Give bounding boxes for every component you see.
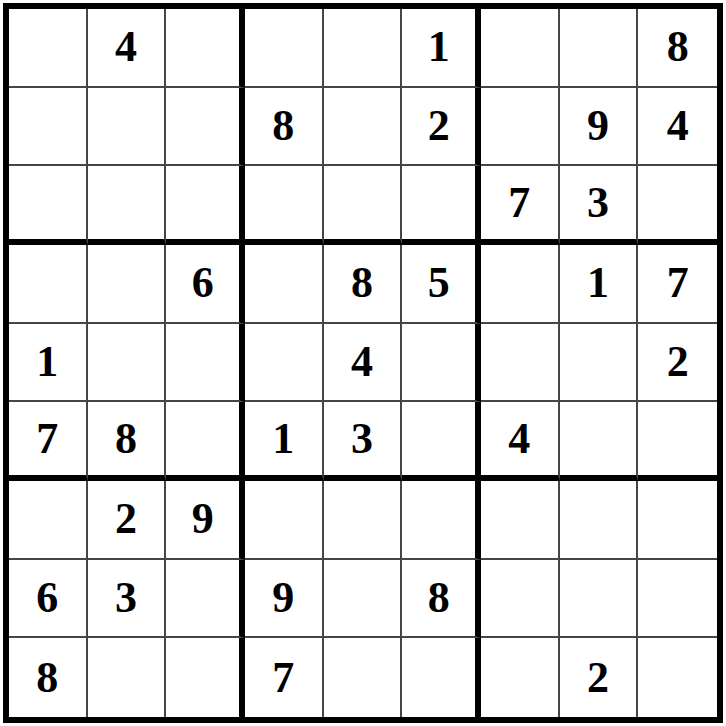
cell-r9c8[interactable]: 2 xyxy=(560,638,639,717)
cell-r2c7[interactable] xyxy=(481,88,560,167)
cell-r6c7[interactable]: 4 xyxy=(481,402,560,481)
cell-r2c9[interactable]: 4 xyxy=(638,88,717,167)
cell-r9c9[interactable] xyxy=(638,638,717,717)
cell-r3c2[interactable] xyxy=(88,166,167,245)
cell-r3c1[interactable] xyxy=(9,166,88,245)
cell-r1c2[interactable]: 4 xyxy=(88,9,167,88)
cell-r1c9[interactable]: 8 xyxy=(638,9,717,88)
cell-r3c4[interactable] xyxy=(245,166,324,245)
cell-r6c9[interactable] xyxy=(638,402,717,481)
cell-r7c3[interactable]: 9 xyxy=(166,481,245,560)
cell-r8c3[interactable] xyxy=(166,560,245,639)
cell-r1c1[interactable] xyxy=(9,9,88,88)
cell-r8c6[interactable]: 8 xyxy=(402,560,481,639)
cell-r6c2[interactable]: 8 xyxy=(88,402,167,481)
cell-r1c5[interactable] xyxy=(324,9,403,88)
cell-r8c9[interactable] xyxy=(638,560,717,639)
cell-r5c3[interactable] xyxy=(166,324,245,403)
cell-r5c9[interactable]: 2 xyxy=(638,324,717,403)
cell-r8c7[interactable] xyxy=(481,560,560,639)
cell-r3c9[interactable] xyxy=(638,166,717,245)
cell-r4c6[interactable]: 5 xyxy=(402,245,481,324)
cell-r6c4[interactable]: 1 xyxy=(245,402,324,481)
cell-r9c2[interactable] xyxy=(88,638,167,717)
cell-r4c5[interactable]: 8 xyxy=(324,245,403,324)
cell-r7c6[interactable] xyxy=(402,481,481,560)
cell-r9c1[interactable]: 8 xyxy=(9,638,88,717)
cell-r8c2[interactable]: 3 xyxy=(88,560,167,639)
cell-r5c7[interactable] xyxy=(481,324,560,403)
cell-r5c8[interactable] xyxy=(560,324,639,403)
cell-r6c1[interactable]: 7 xyxy=(9,402,88,481)
cell-r7c4[interactable] xyxy=(245,481,324,560)
cell-r9c4[interactable]: 7 xyxy=(245,638,324,717)
cell-r9c3[interactable] xyxy=(166,638,245,717)
cell-r2c5[interactable] xyxy=(324,88,403,167)
cell-r3c5[interactable] xyxy=(324,166,403,245)
cell-r2c4[interactable]: 8 xyxy=(245,88,324,167)
sudoku-board: 4188294736851714278134296398872 xyxy=(3,3,723,723)
cell-r9c5[interactable] xyxy=(324,638,403,717)
cell-r7c2[interactable]: 2 xyxy=(88,481,167,560)
cell-r5c2[interactable] xyxy=(88,324,167,403)
cell-r9c7[interactable] xyxy=(481,638,560,717)
cell-r1c4[interactable] xyxy=(245,9,324,88)
cell-r3c6[interactable] xyxy=(402,166,481,245)
cell-r1c6[interactable]: 1 xyxy=(402,9,481,88)
cell-r4c4[interactable] xyxy=(245,245,324,324)
cell-r6c5[interactable]: 3 xyxy=(324,402,403,481)
cell-r7c9[interactable] xyxy=(638,481,717,560)
cell-r7c8[interactable] xyxy=(560,481,639,560)
cell-r3c7[interactable]: 7 xyxy=(481,166,560,245)
cell-r7c5[interactable] xyxy=(324,481,403,560)
cell-r6c8[interactable] xyxy=(560,402,639,481)
cell-r7c7[interactable] xyxy=(481,481,560,560)
cell-r8c5[interactable] xyxy=(324,560,403,639)
cell-r1c3[interactable] xyxy=(166,9,245,88)
cell-r4c3[interactable]: 6 xyxy=(166,245,245,324)
cell-r5c4[interactable] xyxy=(245,324,324,403)
cell-r6c6[interactable] xyxy=(402,402,481,481)
cell-r8c1[interactable]: 6 xyxy=(9,560,88,639)
cell-r5c6[interactable] xyxy=(402,324,481,403)
cell-r4c2[interactable] xyxy=(88,245,167,324)
cell-r4c8[interactable]: 1 xyxy=(560,245,639,324)
cell-r2c8[interactable]: 9 xyxy=(560,88,639,167)
cell-r5c1[interactable]: 1 xyxy=(9,324,88,403)
cell-r5c5[interactable]: 4 xyxy=(324,324,403,403)
cell-r3c8[interactable]: 3 xyxy=(560,166,639,245)
cell-r1c7[interactable] xyxy=(481,9,560,88)
cell-r7c1[interactable] xyxy=(9,481,88,560)
cell-r6c3[interactable] xyxy=(166,402,245,481)
cell-r4c9[interactable]: 7 xyxy=(638,245,717,324)
cell-r2c1[interactable] xyxy=(9,88,88,167)
cell-r2c3[interactable] xyxy=(166,88,245,167)
cell-r8c4[interactable]: 9 xyxy=(245,560,324,639)
sudoku-board-frame: 4188294736851714278134296398872 xyxy=(0,0,726,726)
cell-r2c6[interactable]: 2 xyxy=(402,88,481,167)
cell-r4c7[interactable] xyxy=(481,245,560,324)
cell-r9c6[interactable] xyxy=(402,638,481,717)
cell-r2c2[interactable] xyxy=(88,88,167,167)
cell-r8c8[interactable] xyxy=(560,560,639,639)
cell-r1c8[interactable] xyxy=(560,9,639,88)
cell-r3c3[interactable] xyxy=(166,166,245,245)
cell-r4c1[interactable] xyxy=(9,245,88,324)
